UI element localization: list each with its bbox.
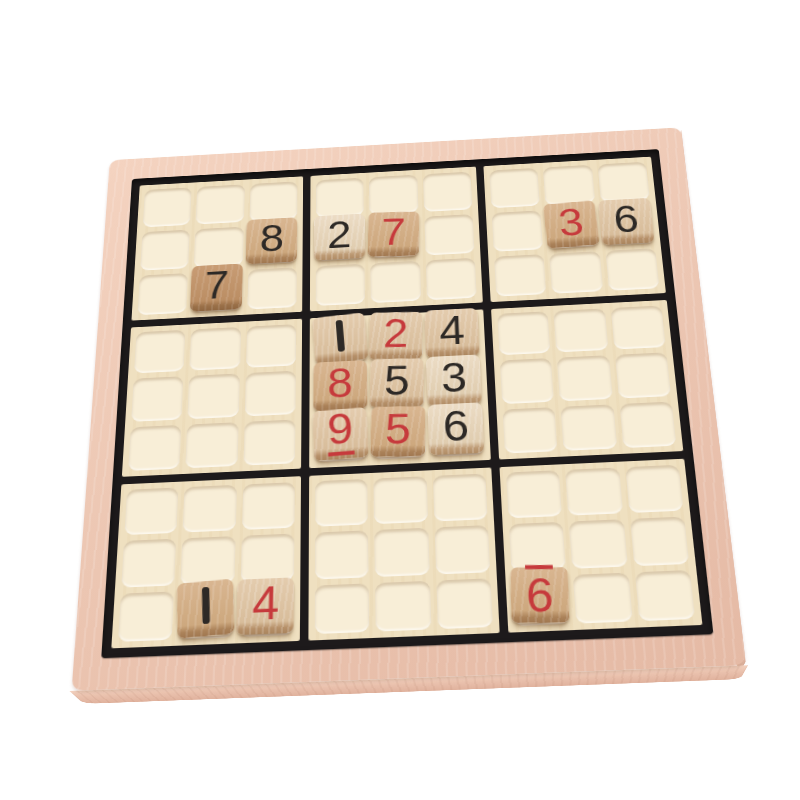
tile-r9c2-1[interactable]: 1 [177, 579, 235, 639]
cell-r9c8[interactable] [573, 572, 632, 623]
cell-r1c7[interactable] [489, 168, 540, 208]
cell-r7c3[interactable] [242, 482, 295, 530]
cell-r1c5[interactable] [369, 175, 418, 215]
cell-r1c8[interactable] [543, 165, 595, 205]
cell-r5c5[interactable]: 5 [372, 365, 424, 410]
cell-r9c3[interactable]: 4 [239, 586, 294, 637]
cell-r7c5[interactable] [374, 476, 428, 524]
cell-r9c6[interactable] [436, 578, 493, 629]
tile-digit: 1 [335, 320, 344, 352]
cell-r9c2[interactable]: 1 [178, 589, 234, 640]
cell-r7c8[interactable] [565, 467, 622, 515]
cell-r8c7[interactable] [509, 522, 566, 572]
cell-r1c2[interactable] [196, 184, 245, 224]
cell-r6c1[interactable] [128, 424, 181, 470]
cell-r7c6[interactable] [433, 473, 488, 521]
cell-r7c9[interactable] [625, 464, 684, 512]
cell-r3c2[interactable]: 7 [192, 270, 242, 312]
tile-digit: 9 [326, 406, 354, 456]
cell-r1c4[interactable] [316, 178, 364, 218]
box-6 [491, 300, 683, 459]
cell-r6c9[interactable] [619, 401, 676, 448]
tile-digit: 4 [439, 309, 466, 351]
cell-r2c8[interactable]: 3 [546, 207, 599, 249]
box-4 [122, 319, 302, 477]
sudoku-board: 872736124853956146 [101, 149, 713, 658]
cell-r3c1[interactable] [137, 273, 188, 315]
cell-r9c5[interactable] [375, 581, 431, 632]
tile-digit: 4 [252, 579, 280, 627]
cell-r8c8[interactable] [569, 519, 627, 569]
cell-r6c5[interactable]: 5 [373, 413, 426, 459]
tile-r3c2-7[interactable]: 7 [190, 263, 243, 311]
tile-r4c4-1[interactable]: 1 [312, 312, 369, 365]
cell-r4c8[interactable] [554, 309, 608, 353]
cell-r4c5[interactable]: 2 [371, 318, 422, 362]
cell-r8c2[interactable] [181, 536, 236, 585]
sudoku-tray: 872736124853956146 [72, 127, 746, 691]
cell-r3c9[interactable] [605, 248, 659, 291]
cell-r4c3[interactable] [246, 324, 297, 368]
tile-digit: 6 [612, 199, 640, 238]
tile-digit: 5 [384, 359, 410, 401]
cell-r7c2[interactable] [183, 484, 237, 532]
cell-r4c9[interactable] [610, 306, 665, 350]
cell-r3c3[interactable] [247, 267, 297, 309]
tile-digit: 6 [525, 565, 554, 619]
cell-r8c9[interactable] [630, 516, 690, 566]
tile-digit: 8 [327, 362, 353, 405]
cell-r7c1[interactable] [124, 487, 178, 535]
box-5: 124853956 [309, 310, 491, 468]
tile-r6c6-6[interactable]: 6 [428, 402, 485, 455]
cell-r2c6[interactable] [424, 214, 475, 255]
cell-r6c6[interactable]: 6 [430, 410, 484, 456]
cell-r6c8[interactable] [561, 404, 617, 451]
tile-digit: 1 [201, 587, 209, 624]
cell-r4c2[interactable] [190, 327, 241, 371]
cell-r6c4[interactable]: 9 [315, 416, 367, 462]
cell-r1c9[interactable] [597, 162, 650, 203]
tile-r5c5-5[interactable]: 5 [369, 358, 424, 408]
cell-r1c1[interactable] [143, 187, 192, 227]
photo-background: 872736124853956146 [0, 0, 800, 800]
tile-r2c5-7[interactable]: 7 [367, 211, 419, 257]
cell-r2c4[interactable]: 2 [316, 220, 365, 261]
cell-r7c7[interactable] [506, 470, 562, 518]
tile-digit: 5 [385, 407, 411, 450]
cell-r8c6[interactable] [434, 525, 490, 574]
tile-digit: 2 [327, 215, 351, 254]
tile-digit: 8 [260, 218, 285, 257]
cell-r5c7[interactable] [500, 358, 554, 403]
cell-r8c1[interactable] [121, 538, 176, 587]
cell-r5c9[interactable] [615, 353, 671, 398]
cell-r9c1[interactable] [118, 591, 174, 642]
tile-digit: 3 [440, 356, 467, 399]
cell-r5c4[interactable]: 8 [315, 368, 366, 413]
cell-r4c7[interactable] [497, 312, 551, 356]
box-7: 14 [111, 476, 301, 648]
tile-digit: 6 [442, 404, 470, 448]
cell-r8c3[interactable] [240, 533, 294, 582]
cell-r4c6[interactable]: 4 [427, 315, 479, 359]
cell-r4c1[interactable] [134, 330, 186, 374]
cell-r3c6[interactable] [425, 258, 476, 301]
tile-r9c7-6[interactable]: 6 [510, 567, 570, 623]
cell-r3c7[interactable] [494, 254, 546, 297]
box-1: 87 [131, 176, 303, 321]
tray-frame-top-face: 872736124853956146 [72, 127, 746, 691]
tile-r5c4-8[interactable]: 8 [313, 360, 367, 411]
tile-r2c9-6[interactable]: 6 [598, 198, 655, 245]
tile-r6c4-9[interactable]: 9 [312, 407, 368, 461]
cell-r3c4[interactable] [316, 264, 366, 306]
tile-r2c3-8[interactable]: 8 [246, 217, 298, 264]
box-2: 27 [310, 167, 483, 312]
cell-r6c7[interactable] [503, 407, 558, 454]
cell-r9c9[interactable] [635, 570, 696, 621]
tile-r9c3-4[interactable]: 4 [237, 578, 295, 636]
cell-r9c7[interactable]: 6 [512, 575, 570, 626]
cell-r5c3[interactable] [244, 371, 295, 416]
cell-r6c2[interactable] [186, 422, 239, 468]
cell-r5c2[interactable] [188, 374, 240, 419]
cell-r3c5[interactable] [371, 261, 421, 303]
tile-r2c4-2[interactable]: 2 [314, 213, 365, 260]
box-9: 6 [499, 458, 702, 632]
tile-digit: 7 [204, 265, 230, 305]
tile-r5c6-3[interactable]: 3 [426, 354, 482, 405]
tile-r4c6-4[interactable]: 4 [425, 308, 480, 358]
cell-r9c4[interactable] [315, 583, 370, 634]
tile-r6c5-5[interactable]: 5 [370, 406, 425, 457]
tile-digit: 7 [381, 212, 406, 250]
cell-r5c6[interactable]: 3 [429, 362, 482, 407]
tile-digit: 2 [383, 313, 409, 354]
cell-r2c7[interactable] [492, 210, 544, 251]
cell-r7c4[interactable] [315, 479, 368, 527]
cell-r6c3[interactable] [243, 419, 295, 465]
cell-r5c8[interactable] [557, 356, 612, 401]
cell-r5c1[interactable] [131, 377, 183, 422]
box-8 [308, 467, 499, 640]
tile-r4c5-2[interactable]: 2 [369, 311, 423, 359]
cell-r2c1[interactable] [140, 230, 190, 271]
tile-digit: 3 [556, 202, 585, 242]
cell-r2c2[interactable] [194, 227, 243, 268]
tile-r2c8-3[interactable]: 3 [543, 200, 600, 249]
cell-r2c3[interactable]: 8 [248, 224, 297, 265]
cell-r1c3[interactable] [249, 181, 297, 221]
cell-r2c5[interactable]: 7 [370, 217, 420, 258]
cell-r8c4[interactable] [315, 530, 369, 579]
cell-r4c4[interactable]: 1 [316, 321, 367, 365]
cell-r8c5[interactable] [375, 527, 430, 576]
cell-r1c6[interactable] [423, 172, 473, 212]
cell-r2c9[interactable]: 6 [601, 204, 654, 246]
box-3: 36 [483, 157, 666, 303]
cell-r3c8[interactable] [549, 251, 602, 294]
